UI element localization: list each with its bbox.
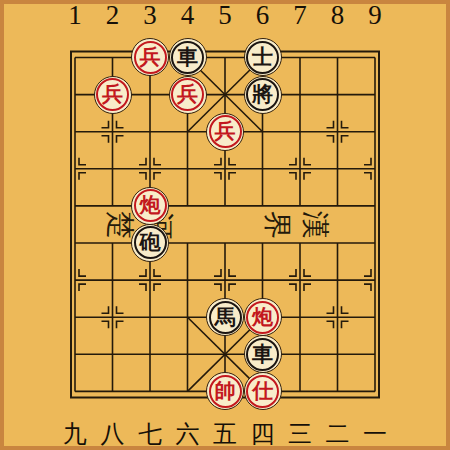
piece-red-advisor[interactable]: 仕: [244, 372, 282, 410]
piece-red-general[interactable]: 帥: [206, 372, 244, 410]
piece-red-soldier[interactable]: 兵: [169, 76, 207, 114]
xiangqi-board-screen: 楚河界漢 123456789 九八七六五四三二一 兵車士兵兵將兵炮砲馬炮車帥仕: [0, 0, 450, 450]
piece-glyph: 砲: [140, 232, 161, 253]
piece-black-cannon[interactable]: 砲: [131, 224, 169, 262]
piece-red-cannon[interactable]: 炮: [244, 298, 282, 336]
file-label-top: 4: [169, 0, 207, 31]
file-label-top: 2: [94, 0, 132, 31]
file-label-bottom: 八: [94, 418, 132, 450]
piece-black-chariot[interactable]: 車: [244, 335, 282, 373]
piece-glyph: 兵: [140, 47, 161, 68]
piece-glyph: 士: [252, 47, 273, 68]
file-label-bottom: 七: [131, 418, 169, 450]
file-label-bottom: 一: [356, 418, 394, 450]
file-label-top: 6: [244, 0, 282, 31]
piece-glyph: 仕: [252, 381, 273, 402]
piece-glyph: 炮: [140, 195, 161, 216]
file-label-top: 7: [281, 0, 319, 31]
piece-glyph: 將: [252, 84, 273, 105]
piece-black-general[interactable]: 將: [244, 76, 282, 114]
piece-black-chariot[interactable]: 車: [169, 38, 207, 76]
file-label-bottom: 五: [206, 418, 244, 450]
file-label-bottom: 六: [169, 418, 207, 450]
file-label-top: 5: [206, 0, 244, 31]
piece-glyph: 兵: [215, 121, 236, 142]
file-label-top: 8: [319, 0, 357, 31]
piece-glyph: 兵: [102, 84, 123, 105]
file-label-bottom: 四: [244, 418, 282, 450]
piece-glyph: 車: [177, 47, 198, 68]
file-label-bottom: 二: [319, 418, 357, 450]
file-label-bottom: 三: [281, 418, 319, 450]
piece-glyph: 馬: [215, 307, 236, 328]
piece-red-cannon[interactable]: 炮: [131, 187, 169, 225]
piece-black-horse[interactable]: 馬: [206, 298, 244, 336]
file-label-bottom: 九: [56, 418, 94, 450]
piece-black-advisor[interactable]: 士: [244, 38, 282, 76]
file-label-top: 1: [56, 0, 94, 31]
file-label-top: 9: [356, 0, 394, 31]
file-label-top: 3: [131, 0, 169, 31]
piece-red-soldier[interactable]: 兵: [94, 76, 132, 114]
piece-red-soldier[interactable]: 兵: [131, 38, 169, 76]
piece-glyph: 兵: [177, 84, 198, 105]
pieces-grid: 兵車士兵兵將兵炮砲馬炮車帥仕: [56, 39, 394, 410]
piece-glyph: 車: [252, 344, 273, 365]
piece-glyph: 炮: [252, 307, 273, 328]
piece-red-soldier[interactable]: 兵: [206, 113, 244, 151]
piece-glyph: 帥: [215, 381, 236, 402]
